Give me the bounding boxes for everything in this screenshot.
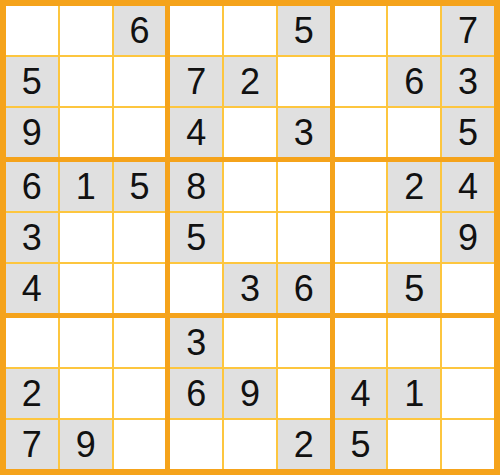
box-r1c1: 659: [6, 6, 165, 157]
cell-r7c9[interactable]: [442, 318, 494, 367]
cell-r8c7: 4: [335, 369, 387, 418]
cell-r3c9: 5: [442, 108, 494, 157]
cell-r4c7[interactable]: [335, 162, 387, 211]
cell-r6c5: 3: [224, 264, 276, 313]
cell-r6c6: 6: [278, 264, 330, 313]
cell-r9c9[interactable]: [442, 420, 494, 469]
cell-r9c7: 5: [335, 420, 387, 469]
cell-r6c8: 5: [388, 264, 440, 313]
cell-r3c5[interactable]: [224, 108, 276, 157]
cell-r8c6[interactable]: [278, 369, 330, 418]
box-r1c2: 57243: [170, 6, 329, 157]
cell-r6c1: 4: [6, 264, 58, 313]
cell-r5c3[interactable]: [114, 213, 166, 262]
cell-r6c4[interactable]: [170, 264, 222, 313]
cell-r6c3[interactable]: [114, 264, 166, 313]
cell-r2c6[interactable]: [278, 57, 330, 106]
cell-r9c4[interactable]: [170, 420, 222, 469]
cell-r2c9: 3: [442, 57, 494, 106]
cell-r1c1[interactable]: [6, 6, 58, 55]
cell-r9c6: 2: [278, 420, 330, 469]
cell-r9c2: 9: [60, 420, 112, 469]
box-r2c2: 8536: [170, 162, 329, 313]
cell-r2c3[interactable]: [114, 57, 166, 106]
cell-r5c7[interactable]: [335, 213, 387, 262]
cell-r3c4: 4: [170, 108, 222, 157]
cell-r5c8[interactable]: [388, 213, 440, 262]
cell-r7c5[interactable]: [224, 318, 276, 367]
cell-r3c8[interactable]: [388, 108, 440, 157]
cell-r7c6[interactable]: [278, 318, 330, 367]
cell-r3c6: 3: [278, 108, 330, 157]
cell-r1c7[interactable]: [335, 6, 387, 55]
cell-r4c2: 1: [60, 162, 112, 211]
cell-r4c3: 5: [114, 162, 166, 211]
cell-r2c1: 5: [6, 57, 58, 106]
cell-r5c4: 5: [170, 213, 222, 262]
cell-r1c9: 7: [442, 6, 494, 55]
box-r3c3: 415: [335, 318, 494, 469]
cell-r7c3[interactable]: [114, 318, 166, 367]
cell-r5c1: 3: [6, 213, 58, 262]
cell-r8c5: 9: [224, 369, 276, 418]
cell-r1c4[interactable]: [170, 6, 222, 55]
cell-r5c6[interactable]: [278, 213, 330, 262]
cell-r4c6[interactable]: [278, 162, 330, 211]
cell-r1c2[interactable]: [60, 6, 112, 55]
cell-r2c7[interactable]: [335, 57, 387, 106]
cell-r3c3[interactable]: [114, 108, 166, 157]
cell-r9c1: 7: [6, 420, 58, 469]
cell-r3c1: 9: [6, 108, 58, 157]
cell-r8c2[interactable]: [60, 369, 112, 418]
cell-r8c3[interactable]: [114, 369, 166, 418]
cell-r5c2[interactable]: [60, 213, 112, 262]
cell-r2c4: 7: [170, 57, 222, 106]
box-r3c2: 3692: [170, 318, 329, 469]
cell-r6c2[interactable]: [60, 264, 112, 313]
cell-r4c5[interactable]: [224, 162, 276, 211]
cell-r9c3[interactable]: [114, 420, 166, 469]
cell-r2c8: 6: [388, 57, 440, 106]
cell-r1c5[interactable]: [224, 6, 276, 55]
cell-r4c1: 6: [6, 162, 58, 211]
cell-r2c5: 2: [224, 57, 276, 106]
cell-r4c4: 8: [170, 162, 222, 211]
cell-r4c9: 4: [442, 162, 494, 211]
cell-r5c9: 9: [442, 213, 494, 262]
sudoku-board: 65957243763561534853624952793692415: [0, 0, 500, 475]
cell-r8c9[interactable]: [442, 369, 494, 418]
cell-r7c4: 3: [170, 318, 222, 367]
cell-r3c7[interactable]: [335, 108, 387, 157]
cell-r7c8[interactable]: [388, 318, 440, 367]
box-r2c3: 2495: [335, 162, 494, 313]
cell-r4c8: 2: [388, 162, 440, 211]
cell-r1c3: 6: [114, 6, 166, 55]
cell-r6c7[interactable]: [335, 264, 387, 313]
box-r3c1: 279: [6, 318, 165, 469]
cell-r1c8[interactable]: [388, 6, 440, 55]
cell-r9c5[interactable]: [224, 420, 276, 469]
box-r2c1: 61534: [6, 162, 165, 313]
cell-r6c9[interactable]: [442, 264, 494, 313]
cell-r7c2[interactable]: [60, 318, 112, 367]
box-r1c3: 7635: [335, 6, 494, 157]
cell-r3c2[interactable]: [60, 108, 112, 157]
cell-r1c6: 5: [278, 6, 330, 55]
cell-r8c1: 2: [6, 369, 58, 418]
cell-r8c8: 1: [388, 369, 440, 418]
cell-r9c8[interactable]: [388, 420, 440, 469]
cell-r5c5[interactable]: [224, 213, 276, 262]
cell-r2c2[interactable]: [60, 57, 112, 106]
cell-r8c4: 6: [170, 369, 222, 418]
cell-r7c7[interactable]: [335, 318, 387, 367]
cell-r7c1[interactable]: [6, 318, 58, 367]
